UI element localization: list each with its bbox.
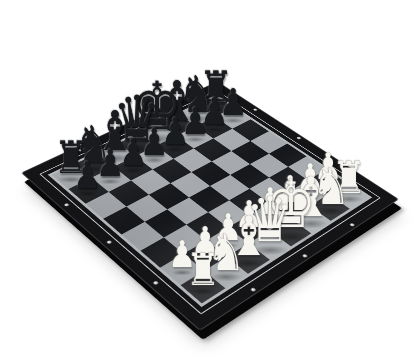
frame-screw-icon [176,103,181,106]
frame-screw-icon [250,287,256,292]
frame-screw-icon [296,136,301,139]
frame-screw-icon [64,203,70,207]
chess-board [21,81,399,331]
frame-screw-icon [343,167,348,170]
frame-screw-icon [349,223,355,227]
board-squares-grid [52,97,368,304]
board-play-area [48,94,372,307]
frame-screw-icon [129,125,134,128]
frame-screw-icon [78,148,83,151]
frame-screw-icon [253,108,258,111]
frame-screw-icon [153,281,159,286]
product-photo-stage: ♜♞♟♝♟♚♟♛♟♝♟♞♟♜♟♟♟♟♜♟♞♟♝♟♚♟♛♟♝♟♞♜ [0,0,416,358]
frame-screw-icon [106,240,112,244]
frame-screw-icon [302,254,308,258]
